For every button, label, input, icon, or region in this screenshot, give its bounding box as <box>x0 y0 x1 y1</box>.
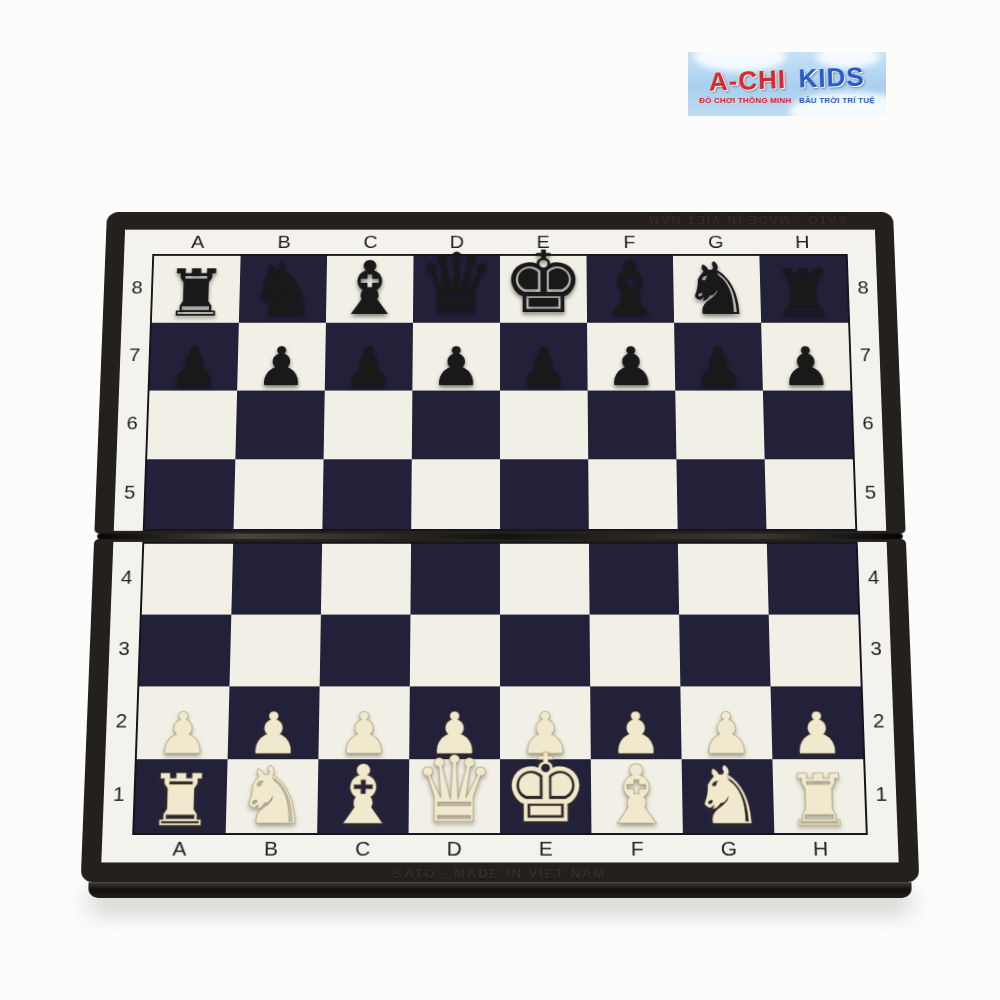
square-b3[interactable] <box>229 615 320 687</box>
square-e8[interactable]: ♚ <box>500 256 587 323</box>
rank-label-1: 1 <box>875 782 887 805</box>
file-labels-bottom: ABCDEFGH <box>101 835 898 862</box>
square-f7[interactable]: ♟ <box>587 323 675 391</box>
square-c8[interactable]: ♝ <box>326 256 414 323</box>
rank-label-5: 5 <box>124 481 136 503</box>
square-c1[interactable]: ♝ <box>317 759 409 833</box>
rank-label-2: 2 <box>872 709 884 732</box>
squares-ranks-4-to-1: ♟♟♟♟♟♟♟♟♜♞♝♛♚♝♞♜ <box>132 542 868 835</box>
square-g1[interactable]: ♞ <box>682 759 775 833</box>
file-label-h-top: H <box>759 231 846 252</box>
piece-black-pawn[interactable]: ♟ <box>325 340 413 394</box>
square-b2[interactable]: ♟ <box>228 686 320 759</box>
square-f5[interactable] <box>588 459 677 529</box>
rank-label-6: 6 <box>862 412 874 434</box>
square-b8[interactable]: ♞ <box>239 256 327 323</box>
square-e4[interactable] <box>500 544 590 615</box>
square-d8[interactable]: ♛ <box>413 256 500 323</box>
square-e1[interactable]: ♚ <box>500 759 591 833</box>
square-c4[interactable] <box>321 544 411 615</box>
piece-black-pawn[interactable]: ♟ <box>762 340 851 394</box>
piece-white-pawn[interactable]: ♟ <box>771 705 863 763</box>
rank-label-8: 8 <box>131 277 143 298</box>
board-bottom-half: 4321 ♟♟♟♟♟♟♟♟♜♞♝♛♚♝♞♜ 4321 ABCDEFGH SATO… <box>81 539 920 882</box>
rank-label-6: 6 <box>126 412 138 434</box>
square-d1[interactable]: ♛ <box>409 759 500 833</box>
rank-label-4: 4 <box>867 566 879 588</box>
piece-white-queen[interactable]: ♛ <box>409 745 500 836</box>
rank-label-7: 7 <box>129 344 141 365</box>
rank-label-8: 8 <box>857 277 869 298</box>
square-h5[interactable] <box>765 459 856 529</box>
squares-ranks-8-to-5: ♜♞♝♛♚♝♞♜♟♟♟♟♟♟♟♟ <box>143 254 858 531</box>
square-e3[interactable] <box>500 615 590 687</box>
square-f1[interactable]: ♝ <box>591 759 683 833</box>
brand-name-blue: KIDS <box>798 61 865 93</box>
embossed-brand-text-top: SATO - MADE IN VIET NAM <box>647 213 847 226</box>
square-b5[interactable] <box>234 459 324 529</box>
brand-tagline: ĐỒ CHƠI THÔNG MINH BẦU TRỜI TRÍ TUỆ <box>699 96 874 105</box>
square-h4[interactable] <box>767 544 858 615</box>
square-f3[interactable] <box>590 615 681 687</box>
rank-label-3: 3 <box>870 637 882 660</box>
rank-label-1: 1 <box>113 782 125 805</box>
rank-label-7: 7 <box>859 344 871 365</box>
piece-black-knight[interactable]: ♞ <box>673 253 761 325</box>
square-g3[interactable] <box>679 615 770 687</box>
square-e5[interactable] <box>500 459 589 529</box>
piece-white-rook[interactable]: ♜ <box>773 764 866 836</box>
square-b4[interactable] <box>231 544 322 615</box>
square-g5[interactable] <box>676 459 766 529</box>
square-d5[interactable] <box>411 459 500 529</box>
square-f8[interactable]: ♝ <box>586 256 674 323</box>
square-e7[interactable]: ♟ <box>500 323 588 391</box>
piece-white-knight[interactable]: ♞ <box>226 756 319 836</box>
square-g2[interactable]: ♟ <box>680 686 772 759</box>
brand-name-red: A-CHI <box>709 64 787 97</box>
square-a3[interactable] <box>139 615 231 687</box>
piece-black-bishop[interactable]: ♝ <box>326 251 414 325</box>
square-h2[interactable]: ♟ <box>771 686 864 759</box>
chessboard: SATO - MADE IN VIET NAM ABCDEFGH 8765 ♜♞… <box>80 212 920 898</box>
square-d3[interactable] <box>410 615 500 687</box>
file-label-a-top: A <box>154 231 241 252</box>
piece-black-pawn[interactable]: ♟ <box>237 340 326 394</box>
square-d7[interactable]: ♟ <box>412 323 500 391</box>
piece-black-rook[interactable]: ♜ <box>760 260 849 325</box>
square-g4[interactable] <box>678 544 769 615</box>
rank-label-5: 5 <box>864 481 876 503</box>
square-c5[interactable] <box>322 459 411 529</box>
piece-white-pawn[interactable]: ♟ <box>137 705 229 763</box>
piece-white-king[interactable]: ♚ <box>500 741 591 836</box>
square-b7[interactable]: ♟ <box>237 323 326 391</box>
piece-white-bishop[interactable]: ♝ <box>317 754 409 836</box>
board-top-half: SATO - MADE IN VIET NAM ABCDEFGH 8765 ♜♞… <box>94 212 905 533</box>
square-g8[interactable]: ♞ <box>673 256 761 323</box>
square-a8[interactable]: ♜ <box>152 256 241 323</box>
square-g7[interactable]: ♟ <box>674 323 763 391</box>
piece-black-pawn[interactable]: ♟ <box>412 340 500 394</box>
square-f6[interactable] <box>588 391 677 460</box>
embossed-brand-text-bottom: SATO - MADE IN VIET NAM <box>394 866 607 881</box>
product-photo-canvas: A-CHI KIDS ĐỒ CHƠI THÔNG MINH BẦU TRỜI T… <box>0 0 1000 1000</box>
rank-label-3: 3 <box>118 637 130 660</box>
piece-black-pawn[interactable]: ♟ <box>149 340 238 394</box>
square-b1[interactable]: ♞ <box>226 759 319 833</box>
piece-black-king[interactable]: ♚ <box>500 239 587 325</box>
square-a2[interactable]: ♟ <box>137 686 230 759</box>
square-a1[interactable]: ♜ <box>134 759 227 833</box>
piece-black-knight[interactable]: ♞ <box>239 253 327 325</box>
rank-label-2: 2 <box>115 709 127 732</box>
square-f4[interactable] <box>589 544 679 615</box>
square-e6[interactable] <box>500 391 588 460</box>
rank-label-4: 4 <box>120 566 132 588</box>
square-a4[interactable] <box>142 544 233 615</box>
case-bottom-edge <box>88 882 912 898</box>
square-h6[interactable] <box>763 391 853 460</box>
piece-black-pawn[interactable]: ♟ <box>500 340 588 394</box>
piece-white-knight[interactable]: ♞ <box>682 756 775 836</box>
brand-tagline-blue: BẦU TRỜI TRÍ TUỆ <box>799 96 875 105</box>
piece-white-bishop[interactable]: ♝ <box>591 754 683 836</box>
square-c7[interactable]: ♟ <box>325 323 413 391</box>
square-c3[interactable] <box>320 615 411 687</box>
square-h3[interactable] <box>769 615 861 687</box>
piece-white-rook[interactable]: ♜ <box>134 764 227 836</box>
square-a7[interactable]: ♟ <box>149 323 238 391</box>
piece-black-queen[interactable]: ♛ <box>413 243 500 326</box>
brand-name: A-CHI KIDS <box>709 61 866 97</box>
square-g6[interactable] <box>675 391 764 460</box>
square-b6[interactable] <box>235 391 324 460</box>
square-d6[interactable] <box>412 391 500 460</box>
square-h1[interactable]: ♜ <box>772 759 865 833</box>
piece-black-rook[interactable]: ♜ <box>152 260 241 325</box>
piece-black-bishop[interactable]: ♝ <box>586 251 674 325</box>
piece-black-pawn[interactable]: ♟ <box>674 340 763 394</box>
brand-tagline-red: ĐỒ CHƠI THÔNG MINH <box>699 96 791 105</box>
square-d4[interactable] <box>410 544 500 615</box>
square-a6[interactable] <box>147 391 237 460</box>
square-h7[interactable]: ♟ <box>761 323 850 391</box>
brand-logo: A-CHI KIDS ĐỒ CHƠI THÔNG MINH BẦU TRỜI T… <box>688 52 886 116</box>
square-a5[interactable] <box>145 459 236 529</box>
square-h8[interactable]: ♜ <box>759 256 848 323</box>
square-c6[interactable] <box>324 391 413 460</box>
piece-black-pawn[interactable]: ♟ <box>587 340 675 394</box>
